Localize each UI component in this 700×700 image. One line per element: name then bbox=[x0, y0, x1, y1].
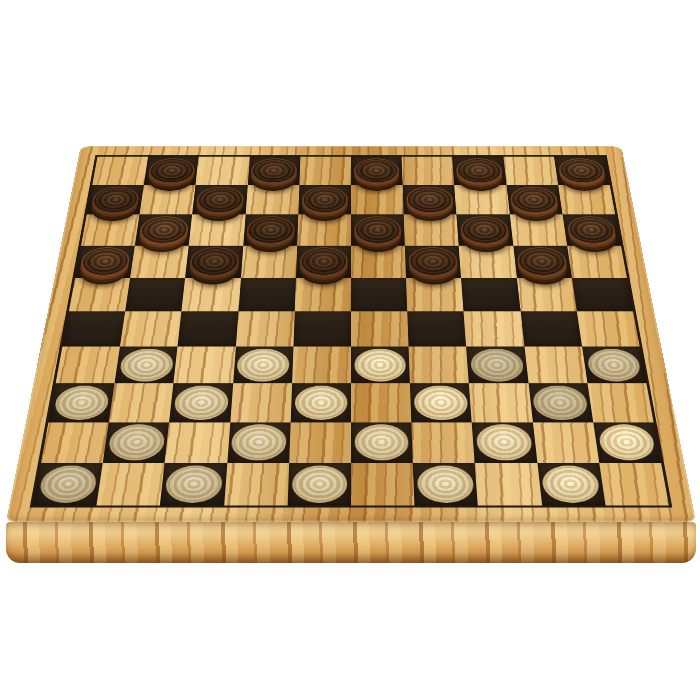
square-41[interactable] bbox=[103, 422, 170, 463]
white-piece-sq49[interactable] bbox=[417, 465, 474, 503]
light-square bbox=[69, 278, 130, 312]
square-20[interactable] bbox=[513, 245, 572, 277]
square-18[interactable] bbox=[296, 245, 351, 277]
black-piece-sq6[interactable] bbox=[90, 187, 140, 213]
light-square bbox=[406, 278, 464, 312]
square-38[interactable] bbox=[290, 384, 351, 423]
white-piece-sq47[interactable] bbox=[164, 465, 223, 503]
square-39[interactable] bbox=[410, 384, 472, 423]
board-surface bbox=[6, 146, 696, 522]
square-36[interactable] bbox=[48, 384, 114, 423]
white-piece-sq37[interactable] bbox=[173, 386, 229, 420]
black-piece-sq1[interactable] bbox=[147, 158, 195, 183]
light-square bbox=[409, 347, 469, 384]
white-piece-sq31[interactable] bbox=[119, 349, 175, 381]
black-piece-sq7[interactable] bbox=[196, 187, 244, 213]
light-square bbox=[230, 384, 292, 423]
light-square bbox=[558, 185, 615, 215]
black-piece-sq18[interactable] bbox=[299, 247, 348, 275]
square-28[interactable] bbox=[293, 311, 351, 346]
square-21[interactable] bbox=[125, 278, 185, 312]
white-piece-sq36[interactable] bbox=[52, 386, 110, 420]
white-piece-sq38[interactable] bbox=[294, 386, 347, 420]
square-10[interactable] bbox=[506, 185, 562, 215]
light-square bbox=[503, 157, 558, 185]
light-square bbox=[120, 311, 182, 346]
light-square bbox=[510, 215, 567, 246]
light-square bbox=[289, 422, 351, 463]
light-square bbox=[130, 245, 189, 277]
light-square bbox=[97, 463, 165, 506]
light-square bbox=[517, 278, 577, 312]
black-piece-sq19[interactable] bbox=[408, 247, 458, 275]
square-9[interactable] bbox=[403, 185, 457, 215]
light-square bbox=[533, 422, 600, 463]
light-square bbox=[475, 463, 542, 506]
black-piece-sq17[interactable] bbox=[189, 247, 240, 275]
black-piece-sq20[interactable] bbox=[516, 247, 568, 275]
square-40[interactable] bbox=[528, 384, 593, 423]
square-1[interactable] bbox=[144, 157, 199, 185]
light-square bbox=[81, 215, 140, 246]
light-square bbox=[351, 245, 406, 277]
light-square bbox=[224, 463, 289, 506]
black-piece-sq8[interactable] bbox=[301, 187, 348, 213]
square-26[interactable] bbox=[62, 311, 125, 346]
square-46[interactable] bbox=[33, 463, 103, 506]
white-piece-sq44[interactable] bbox=[476, 425, 533, 461]
square-33[interactable] bbox=[351, 347, 410, 384]
black-piece-sq9[interactable] bbox=[406, 187, 453, 213]
light-square bbox=[140, 185, 196, 215]
light-square bbox=[109, 384, 174, 423]
white-piece-sq50[interactable] bbox=[541, 465, 601, 503]
square-6[interactable] bbox=[87, 185, 144, 215]
light-square bbox=[454, 185, 509, 215]
light-square bbox=[236, 311, 295, 346]
square-5[interactable] bbox=[554, 157, 610, 185]
square-45[interactable] bbox=[593, 422, 661, 463]
black-piece-sq3[interactable] bbox=[354, 158, 400, 183]
white-piece-sq45[interactable] bbox=[597, 425, 657, 461]
light-square bbox=[56, 347, 121, 384]
light-square bbox=[174, 347, 236, 384]
light-square bbox=[404, 215, 459, 246]
square-32[interactable] bbox=[233, 347, 293, 384]
light-square bbox=[182, 278, 241, 312]
board-front-edge bbox=[6, 522, 696, 563]
square-37[interactable] bbox=[169, 384, 232, 423]
light-square bbox=[402, 157, 455, 185]
light-square bbox=[351, 384, 412, 423]
black-piece-sq5[interactable] bbox=[557, 158, 606, 183]
light-square bbox=[165, 422, 230, 463]
photo-background bbox=[0, 0, 700, 700]
draughts-board bbox=[6, 146, 696, 522]
light-square bbox=[92, 157, 148, 185]
square-44[interactable] bbox=[472, 422, 537, 463]
board-border-line bbox=[30, 155, 673, 507]
board-grid bbox=[33, 157, 669, 506]
light-square bbox=[464, 311, 524, 346]
square-34[interactable] bbox=[466, 347, 528, 384]
light-square bbox=[292, 347, 351, 384]
square-48[interactable] bbox=[287, 463, 351, 506]
square-35[interactable] bbox=[582, 347, 647, 384]
white-piece-sq33[interactable] bbox=[354, 349, 406, 381]
black-piece-sq2[interactable] bbox=[251, 158, 297, 183]
light-square bbox=[245, 185, 299, 215]
square-29[interactable] bbox=[407, 311, 466, 346]
square-12[interactable] bbox=[243, 215, 298, 246]
white-piece-sq32[interactable] bbox=[237, 349, 290, 381]
square-15[interactable] bbox=[562, 215, 621, 246]
light-square bbox=[459, 245, 517, 277]
white-piece-sq46[interactable] bbox=[37, 465, 99, 503]
square-25[interactable] bbox=[572, 278, 633, 312]
light-square bbox=[351, 185, 404, 215]
light-square bbox=[412, 422, 476, 463]
light-square bbox=[524, 347, 587, 384]
square-24[interactable] bbox=[461, 278, 520, 312]
black-piece-sq12[interactable] bbox=[246, 216, 295, 243]
black-piece-sq14[interactable] bbox=[460, 216, 510, 243]
square-43[interactable] bbox=[351, 422, 413, 463]
light-square bbox=[241, 245, 297, 277]
light-square bbox=[189, 215, 245, 246]
white-piece-sq41[interactable] bbox=[107, 425, 166, 461]
white-piece-sq35[interactable] bbox=[586, 349, 643, 381]
white-piece-sq43[interactable] bbox=[355, 425, 410, 461]
square-19[interactable] bbox=[405, 245, 461, 277]
light-square bbox=[297, 215, 351, 246]
square-27[interactable] bbox=[178, 311, 238, 346]
square-2[interactable] bbox=[247, 157, 300, 185]
square-7[interactable] bbox=[192, 185, 247, 215]
light-square bbox=[599, 463, 669, 506]
light-square bbox=[41, 422, 109, 463]
black-piece-sq11[interactable] bbox=[139, 216, 190, 243]
white-piece-sq40[interactable] bbox=[532, 386, 589, 420]
square-22[interactable] bbox=[238, 278, 296, 312]
black-piece-sq13[interactable] bbox=[354, 216, 402, 243]
light-square bbox=[351, 463, 415, 506]
light-square bbox=[351, 311, 409, 346]
light-square bbox=[577, 311, 640, 346]
square-31[interactable] bbox=[115, 347, 178, 384]
square-4[interactable] bbox=[452, 157, 506, 185]
square-3[interactable] bbox=[351, 157, 403, 185]
light-square bbox=[299, 157, 351, 185]
square-50[interactable] bbox=[537, 463, 605, 506]
black-piece-sq4[interactable] bbox=[456, 158, 503, 183]
square-11[interactable] bbox=[135, 215, 192, 246]
square-14[interactable] bbox=[457, 215, 513, 246]
square-16[interactable] bbox=[75, 245, 135, 277]
light-square bbox=[587, 384, 653, 423]
white-piece-sq34[interactable] bbox=[470, 349, 524, 381]
black-piece-sq16[interactable] bbox=[79, 247, 132, 275]
square-30[interactable] bbox=[520, 311, 582, 346]
light-square bbox=[295, 278, 351, 312]
square-8[interactable] bbox=[298, 185, 351, 215]
black-piece-sq10[interactable] bbox=[510, 187, 559, 213]
square-23[interactable] bbox=[351, 278, 407, 312]
white-piece-sq42[interactable] bbox=[231, 425, 287, 461]
black-piece-sq15[interactable] bbox=[566, 216, 618, 243]
square-13[interactable] bbox=[351, 215, 405, 246]
square-47[interactable] bbox=[160, 463, 227, 506]
light-square bbox=[469, 384, 532, 423]
light-square bbox=[196, 157, 250, 185]
square-17[interactable] bbox=[185, 245, 243, 277]
square-49[interactable] bbox=[413, 463, 478, 506]
light-square bbox=[567, 245, 627, 277]
white-piece-sq39[interactable] bbox=[414, 386, 469, 420]
white-piece-sq48[interactable] bbox=[291, 465, 347, 503]
square-42[interactable] bbox=[227, 422, 291, 463]
